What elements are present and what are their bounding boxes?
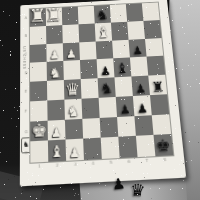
square-b8 xyxy=(143,20,161,39)
square-d8 xyxy=(147,56,166,76)
square-g4 xyxy=(82,117,100,138)
square-c2: ♟ xyxy=(46,43,63,62)
square-e6 xyxy=(114,76,132,96)
piece-black-knight-e5: ♞ xyxy=(100,81,114,96)
piece-white-knight-f3: ♞ xyxy=(67,103,80,118)
piece-white-rook-a2: ♜ xyxy=(45,6,63,25)
square-d7 xyxy=(130,57,148,77)
square-f2 xyxy=(47,99,65,120)
square-h7 xyxy=(136,135,155,157)
square-g2: ♟ xyxy=(48,119,66,140)
piece-black-king-h8: ♚ xyxy=(155,137,172,155)
square-a4 xyxy=(78,6,95,24)
square-f3: ♞ xyxy=(64,98,82,119)
square-h2: ♝ xyxy=(48,140,66,162)
square-c5 xyxy=(96,40,114,59)
square-f5 xyxy=(99,97,117,118)
square-g7 xyxy=(134,115,153,136)
square-c1 xyxy=(30,44,47,63)
piece-black-pawn-c7: ♟ xyxy=(132,45,143,57)
photo-stage: US CHESS ABCDEFGH 12345678 ♞ ♜♜♞♝♟♟♟♞♟♝♛… xyxy=(0,0,200,200)
captured-black-queen: ♛ xyxy=(129,181,145,199)
square-d5: ♟ xyxy=(97,59,115,79)
piece-black-pawn-d5: ♟ xyxy=(100,65,111,77)
square-b4 xyxy=(78,23,95,42)
square-e5: ♞ xyxy=(98,77,116,97)
square-g6 xyxy=(117,116,136,137)
piece-black-pawn-f7: ♟ xyxy=(137,102,149,115)
square-b7 xyxy=(127,21,145,40)
square-a5: ♞ xyxy=(94,5,111,23)
square-e4 xyxy=(81,78,99,98)
square-b1 xyxy=(30,26,47,45)
square-c6 xyxy=(112,39,130,58)
square-d4 xyxy=(80,59,98,79)
piece-black-knight-a5: ♞ xyxy=(96,8,110,22)
square-b2 xyxy=(46,25,63,44)
square-e8: ♜ xyxy=(148,75,167,95)
square-a2: ♜ xyxy=(46,8,63,26)
piece-white-pawn-c2: ♟ xyxy=(49,49,60,61)
square-h6 xyxy=(118,136,137,158)
piece-black-rook-e8: ♜ xyxy=(151,79,165,93)
film-grain-light xyxy=(0,0,1,1)
square-h4 xyxy=(83,138,102,160)
square-a1: ♜ xyxy=(30,8,46,26)
square-f8 xyxy=(150,94,169,115)
square-a8 xyxy=(142,2,160,20)
square-g5 xyxy=(100,117,119,138)
piece-white-bishop-b5: ♝ xyxy=(96,25,111,40)
square-g1: ♚ xyxy=(30,120,48,141)
piece-white-bishop-h2: ♝ xyxy=(50,144,64,161)
square-e2 xyxy=(47,80,64,100)
square-d3 xyxy=(63,60,80,80)
square-d1 xyxy=(30,62,47,82)
square-a6 xyxy=(110,4,127,22)
square-b6 xyxy=(111,22,129,41)
square-g8 xyxy=(152,114,171,135)
square-a3 xyxy=(62,7,79,25)
square-f6: ♟ xyxy=(116,96,135,117)
square-c4 xyxy=(79,41,96,60)
square-f4 xyxy=(81,98,99,119)
piece-white-rook-a1: ♜ xyxy=(29,6,47,25)
square-e1 xyxy=(30,81,47,101)
square-b5: ♝ xyxy=(95,22,112,41)
piece-white-pawn-h3: ♟ xyxy=(69,146,81,159)
piece-black-pawn-f6: ♟ xyxy=(119,103,131,116)
square-c7: ♟ xyxy=(129,38,147,57)
square-g3 xyxy=(65,118,83,139)
chess-board: US CHESS ABCDEFGH 12345678 ♞ ♜♜♞♝♟♟♟♞♟♝♛… xyxy=(20,0,186,186)
square-f1 xyxy=(30,100,47,121)
square-a7 xyxy=(126,3,144,21)
square-d2: ♞ xyxy=(47,61,64,81)
square-h3: ♟ xyxy=(66,139,84,161)
captured-black-pawn: ♟ xyxy=(111,176,126,192)
square-e7: ♟ xyxy=(131,76,150,96)
square-b3 xyxy=(62,24,79,43)
piece-black-pawn-e7: ♟ xyxy=(135,82,147,94)
piece-black-bishop-d6: ♝ xyxy=(115,61,129,76)
square-d6: ♝ xyxy=(113,58,131,78)
piece-white-pawn-g2: ♟ xyxy=(51,126,62,139)
square-h5 xyxy=(101,137,120,159)
square-h1 xyxy=(30,141,48,163)
square-c8 xyxy=(145,38,163,57)
board-grid: ♜♜♞♝♟♟♟♞♟♝♛♞♟♜♞♟♟♚♟♝♟♚ xyxy=(30,2,173,162)
square-c3: ♟ xyxy=(63,42,80,61)
square-h8: ♚ xyxy=(154,134,174,156)
piece-white-king-g1: ♚ xyxy=(31,122,47,140)
square-e3: ♛ xyxy=(64,79,82,99)
piece-white-knight-d2: ♞ xyxy=(49,66,62,80)
piece-white-pawn-c3: ♟ xyxy=(66,48,77,60)
film-grain-dark xyxy=(0,0,1,1)
square-f7: ♟ xyxy=(133,95,152,116)
piece-white-queen-e3: ♛ xyxy=(65,81,81,98)
